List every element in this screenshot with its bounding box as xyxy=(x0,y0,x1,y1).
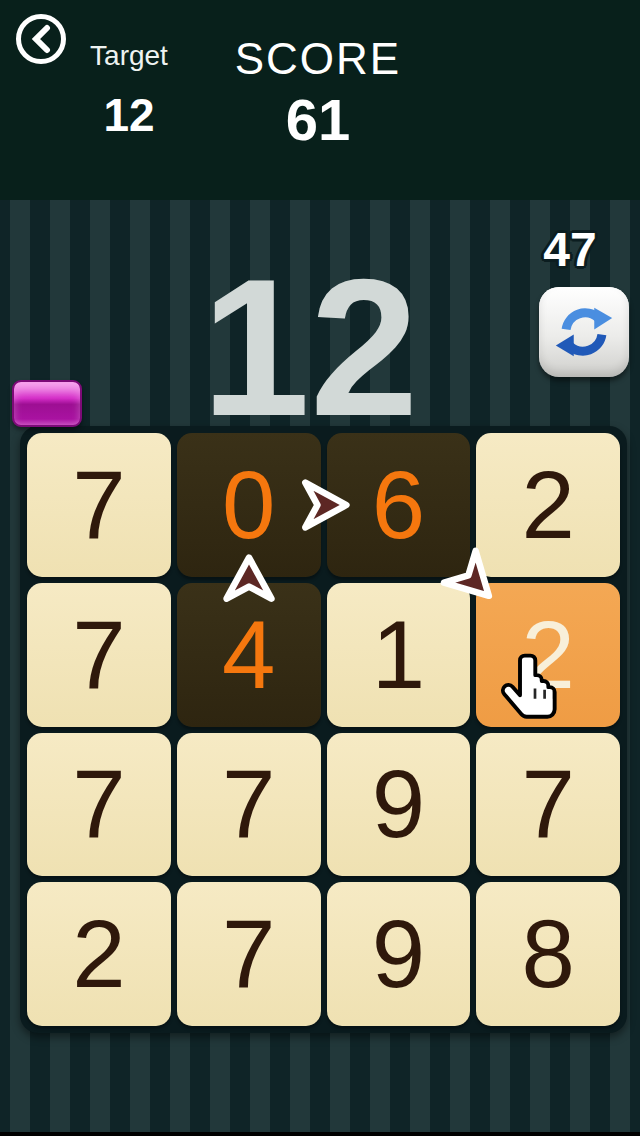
chevron-left-icon xyxy=(28,24,54,54)
app-screen: Target 12 SCORE 61 12 47 706274127797279… xyxy=(0,0,640,1136)
tile-r3c2[interactable]: 9 xyxy=(327,882,471,1026)
tile-r0c0[interactable]: 7 xyxy=(27,433,171,577)
tile-r3c0[interactable]: 2 xyxy=(27,882,171,1026)
score-value: 61 xyxy=(198,86,438,153)
target-label: Target xyxy=(84,40,174,72)
refresh-count: 47 xyxy=(520,222,620,277)
tile-r2c1[interactable]: 7 xyxy=(177,733,321,877)
target-value: 12 xyxy=(84,88,174,142)
score-label: SCORE xyxy=(198,34,438,84)
tile-r2c2[interactable]: 9 xyxy=(327,733,471,877)
tile-r3c3[interactable]: 8 xyxy=(476,882,620,1026)
tile-r0c1[interactable]: 0 xyxy=(177,433,321,577)
back-button[interactable] xyxy=(16,14,66,64)
tile-r1c0[interactable]: 7 xyxy=(27,583,171,727)
tile-r1c1[interactable]: 4 xyxy=(177,583,321,727)
tile-r2c0[interactable]: 7 xyxy=(27,733,171,877)
refresh-icon xyxy=(552,300,616,364)
tile-r0c2[interactable]: 6 xyxy=(327,433,471,577)
tile-r1c2[interactable]: 1 xyxy=(327,583,471,727)
tile-grid: 7062741277972798 xyxy=(20,426,627,1033)
tile-r3c1[interactable]: 7 xyxy=(177,882,321,1026)
target-watermark: 12 xyxy=(0,268,620,428)
bottom-edge xyxy=(0,1132,640,1136)
powerup-item[interactable] xyxy=(12,380,82,427)
tile-r2c3[interactable]: 7 xyxy=(476,733,620,877)
header-bar: Target 12 SCORE 61 xyxy=(0,0,640,200)
refresh-button[interactable] xyxy=(539,287,629,377)
tile-r1c3[interactable]: 2 xyxy=(476,583,620,727)
tile-r0c3[interactable]: 2 xyxy=(476,433,620,577)
